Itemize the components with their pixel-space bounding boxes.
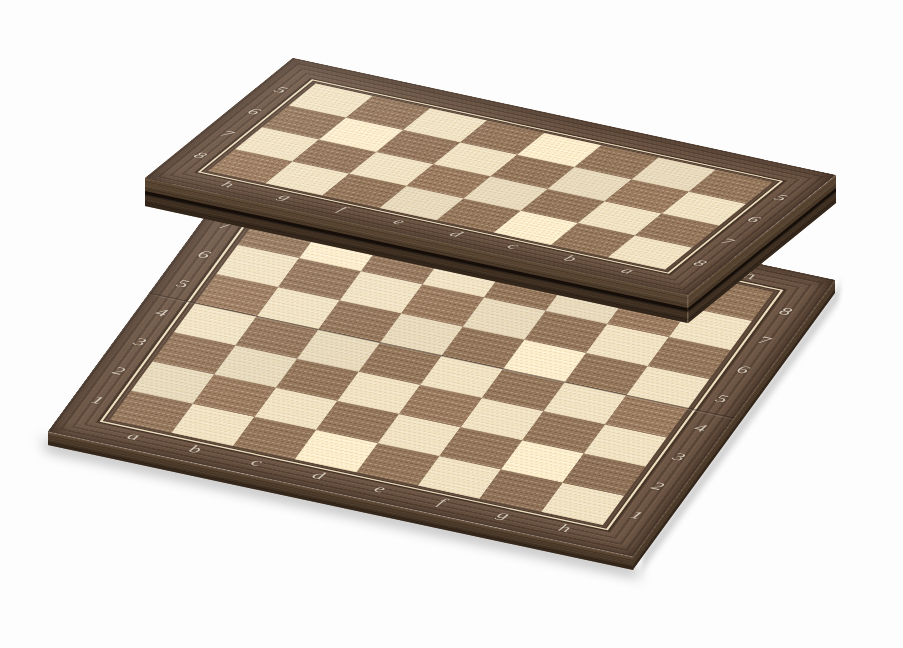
chessboards-product-photo: abcdefghabcdefgh8765432187654321 hgfedcb…: [0, 0, 903, 648]
